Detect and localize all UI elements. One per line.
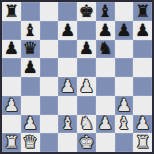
white-pawn[interactable]: ♟: [98, 115, 113, 132]
square-g4[interactable]: [115, 77, 134, 96]
white-pawn[interactable]: ♟: [135, 115, 150, 132]
square-g7[interactable]: ♟: [115, 21, 134, 40]
square-e3[interactable]: [77, 96, 96, 115]
square-h2[interactable]: ♟: [133, 115, 152, 134]
square-g3[interactable]: ♟: [115, 96, 134, 115]
square-e7[interactable]: [77, 21, 96, 40]
white-bishop[interactable]: ♝: [116, 115, 131, 132]
black-pawn[interactable]: ♟: [60, 21, 75, 38]
white-king[interactable]: ♚: [79, 134, 94, 151]
square-e4[interactable]: ♟: [77, 77, 96, 96]
square-c7[interactable]: [40, 21, 59, 40]
square-d5[interactable]: [58, 58, 77, 77]
square-h6[interactable]: [133, 40, 152, 59]
square-d4[interactable]: ♟: [58, 77, 77, 96]
square-g6[interactable]: [115, 40, 134, 59]
white-queen[interactable]: ♛: [23, 134, 38, 151]
square-e6[interactable]: ♟: [77, 40, 96, 59]
square-a3[interactable]: ♟: [2, 96, 21, 115]
square-c1[interactable]: [40, 133, 59, 152]
square-a2[interactable]: [2, 115, 21, 134]
black-pawn[interactable]: ♟: [23, 59, 38, 76]
square-d2[interactable]: ♝: [58, 115, 77, 134]
square-h4[interactable]: [133, 77, 152, 96]
square-h3[interactable]: [133, 96, 152, 115]
white-rook[interactable]: ♜: [135, 134, 150, 151]
black-queen[interactable]: ♛: [23, 40, 38, 57]
black-pawn[interactable]: ♟: [135, 21, 150, 38]
square-c6[interactable]: [40, 40, 59, 59]
black-rook[interactable]: ♜: [135, 2, 150, 19]
square-b4[interactable]: [21, 77, 40, 96]
black-pawn[interactable]: ♟: [98, 21, 113, 38]
square-f8[interactable]: ♝: [96, 2, 115, 21]
square-e8[interactable]: ♚: [77, 2, 96, 21]
square-g2[interactable]: ♝: [115, 115, 134, 134]
square-c4[interactable]: [40, 77, 59, 96]
square-f2[interactable]: ♟: [96, 115, 115, 134]
square-b2[interactable]: ♟: [21, 115, 40, 134]
white-knight[interactable]: ♞: [79, 115, 94, 132]
square-c5[interactable]: [40, 58, 59, 77]
black-rook[interactable]: ♜: [4, 2, 19, 19]
square-b1[interactable]: ♛: [21, 133, 40, 152]
white-pawn[interactable]: ♟: [116, 96, 131, 113]
square-d3[interactable]: [58, 96, 77, 115]
square-f1[interactable]: [96, 133, 115, 152]
square-h1[interactable]: ♜: [133, 133, 152, 152]
square-g8[interactable]: [115, 2, 134, 21]
square-c8[interactable]: [40, 2, 59, 21]
black-bishop[interactable]: ♝: [23, 21, 38, 38]
square-d8[interactable]: [58, 2, 77, 21]
black-pawn[interactable]: ♟: [79, 40, 94, 57]
square-a5[interactable]: [2, 58, 21, 77]
black-knight[interactable]: ♞: [98, 40, 113, 57]
black-king[interactable]: ♚: [79, 2, 94, 19]
black-bishop[interactable]: ♝: [98, 2, 113, 19]
white-pawn[interactable]: ♟: [4, 96, 19, 113]
chess-board[interactable]: ♜♚♝♜♝♟♟♟♟♟♛♟♞♟♟♟♟♟♟♝♞♟♝♟♜♛♚♜: [2, 2, 152, 152]
square-f7[interactable]: ♟: [96, 21, 115, 40]
square-d6[interactable]: [58, 40, 77, 59]
square-c2[interactable]: [40, 115, 59, 134]
square-f3[interactable]: [96, 96, 115, 115]
square-d7[interactable]: ♟: [58, 21, 77, 40]
black-pawn[interactable]: ♟: [4, 40, 19, 57]
square-d1[interactable]: [58, 133, 77, 152]
square-e2[interactable]: ♞: [77, 115, 96, 134]
square-g1[interactable]: [115, 133, 134, 152]
square-g5[interactable]: [115, 58, 134, 77]
white-pawn[interactable]: ♟: [79, 77, 94, 94]
white-bishop[interactable]: ♝: [60, 115, 75, 132]
square-h5[interactable]: [133, 58, 152, 77]
square-b6[interactable]: ♛: [21, 40, 40, 59]
square-b3[interactable]: [21, 96, 40, 115]
white-pawn[interactable]: ♟: [60, 77, 75, 94]
square-h7[interactable]: ♟: [133, 21, 152, 40]
square-e1[interactable]: ♚: [77, 133, 96, 152]
chess-board-frame: ♜♚♝♜♝♟♟♟♟♟♛♟♞♟♟♟♟♟♟♝♞♟♝♟♜♛♚♜: [0, 0, 154, 154]
square-b7[interactable]: ♝: [21, 21, 40, 40]
black-pawn[interactable]: ♟: [116, 21, 131, 38]
square-f4[interactable]: [96, 77, 115, 96]
square-a1[interactable]: ♜: [2, 133, 21, 152]
white-pawn[interactable]: ♟: [23, 115, 38, 132]
square-a7[interactable]: [2, 21, 21, 40]
square-c3[interactable]: [40, 96, 59, 115]
square-f6[interactable]: ♞: [96, 40, 115, 59]
square-a4[interactable]: [2, 77, 21, 96]
square-h8[interactable]: ♜: [133, 2, 152, 21]
square-a8[interactable]: ♜: [2, 2, 21, 21]
square-a6[interactable]: ♟: [2, 40, 21, 59]
square-f5[interactable]: [96, 58, 115, 77]
square-b8[interactable]: [21, 2, 40, 21]
square-e5[interactable]: [77, 58, 96, 77]
white-rook[interactable]: ♜: [4, 134, 19, 151]
square-b5[interactable]: ♟: [21, 58, 40, 77]
